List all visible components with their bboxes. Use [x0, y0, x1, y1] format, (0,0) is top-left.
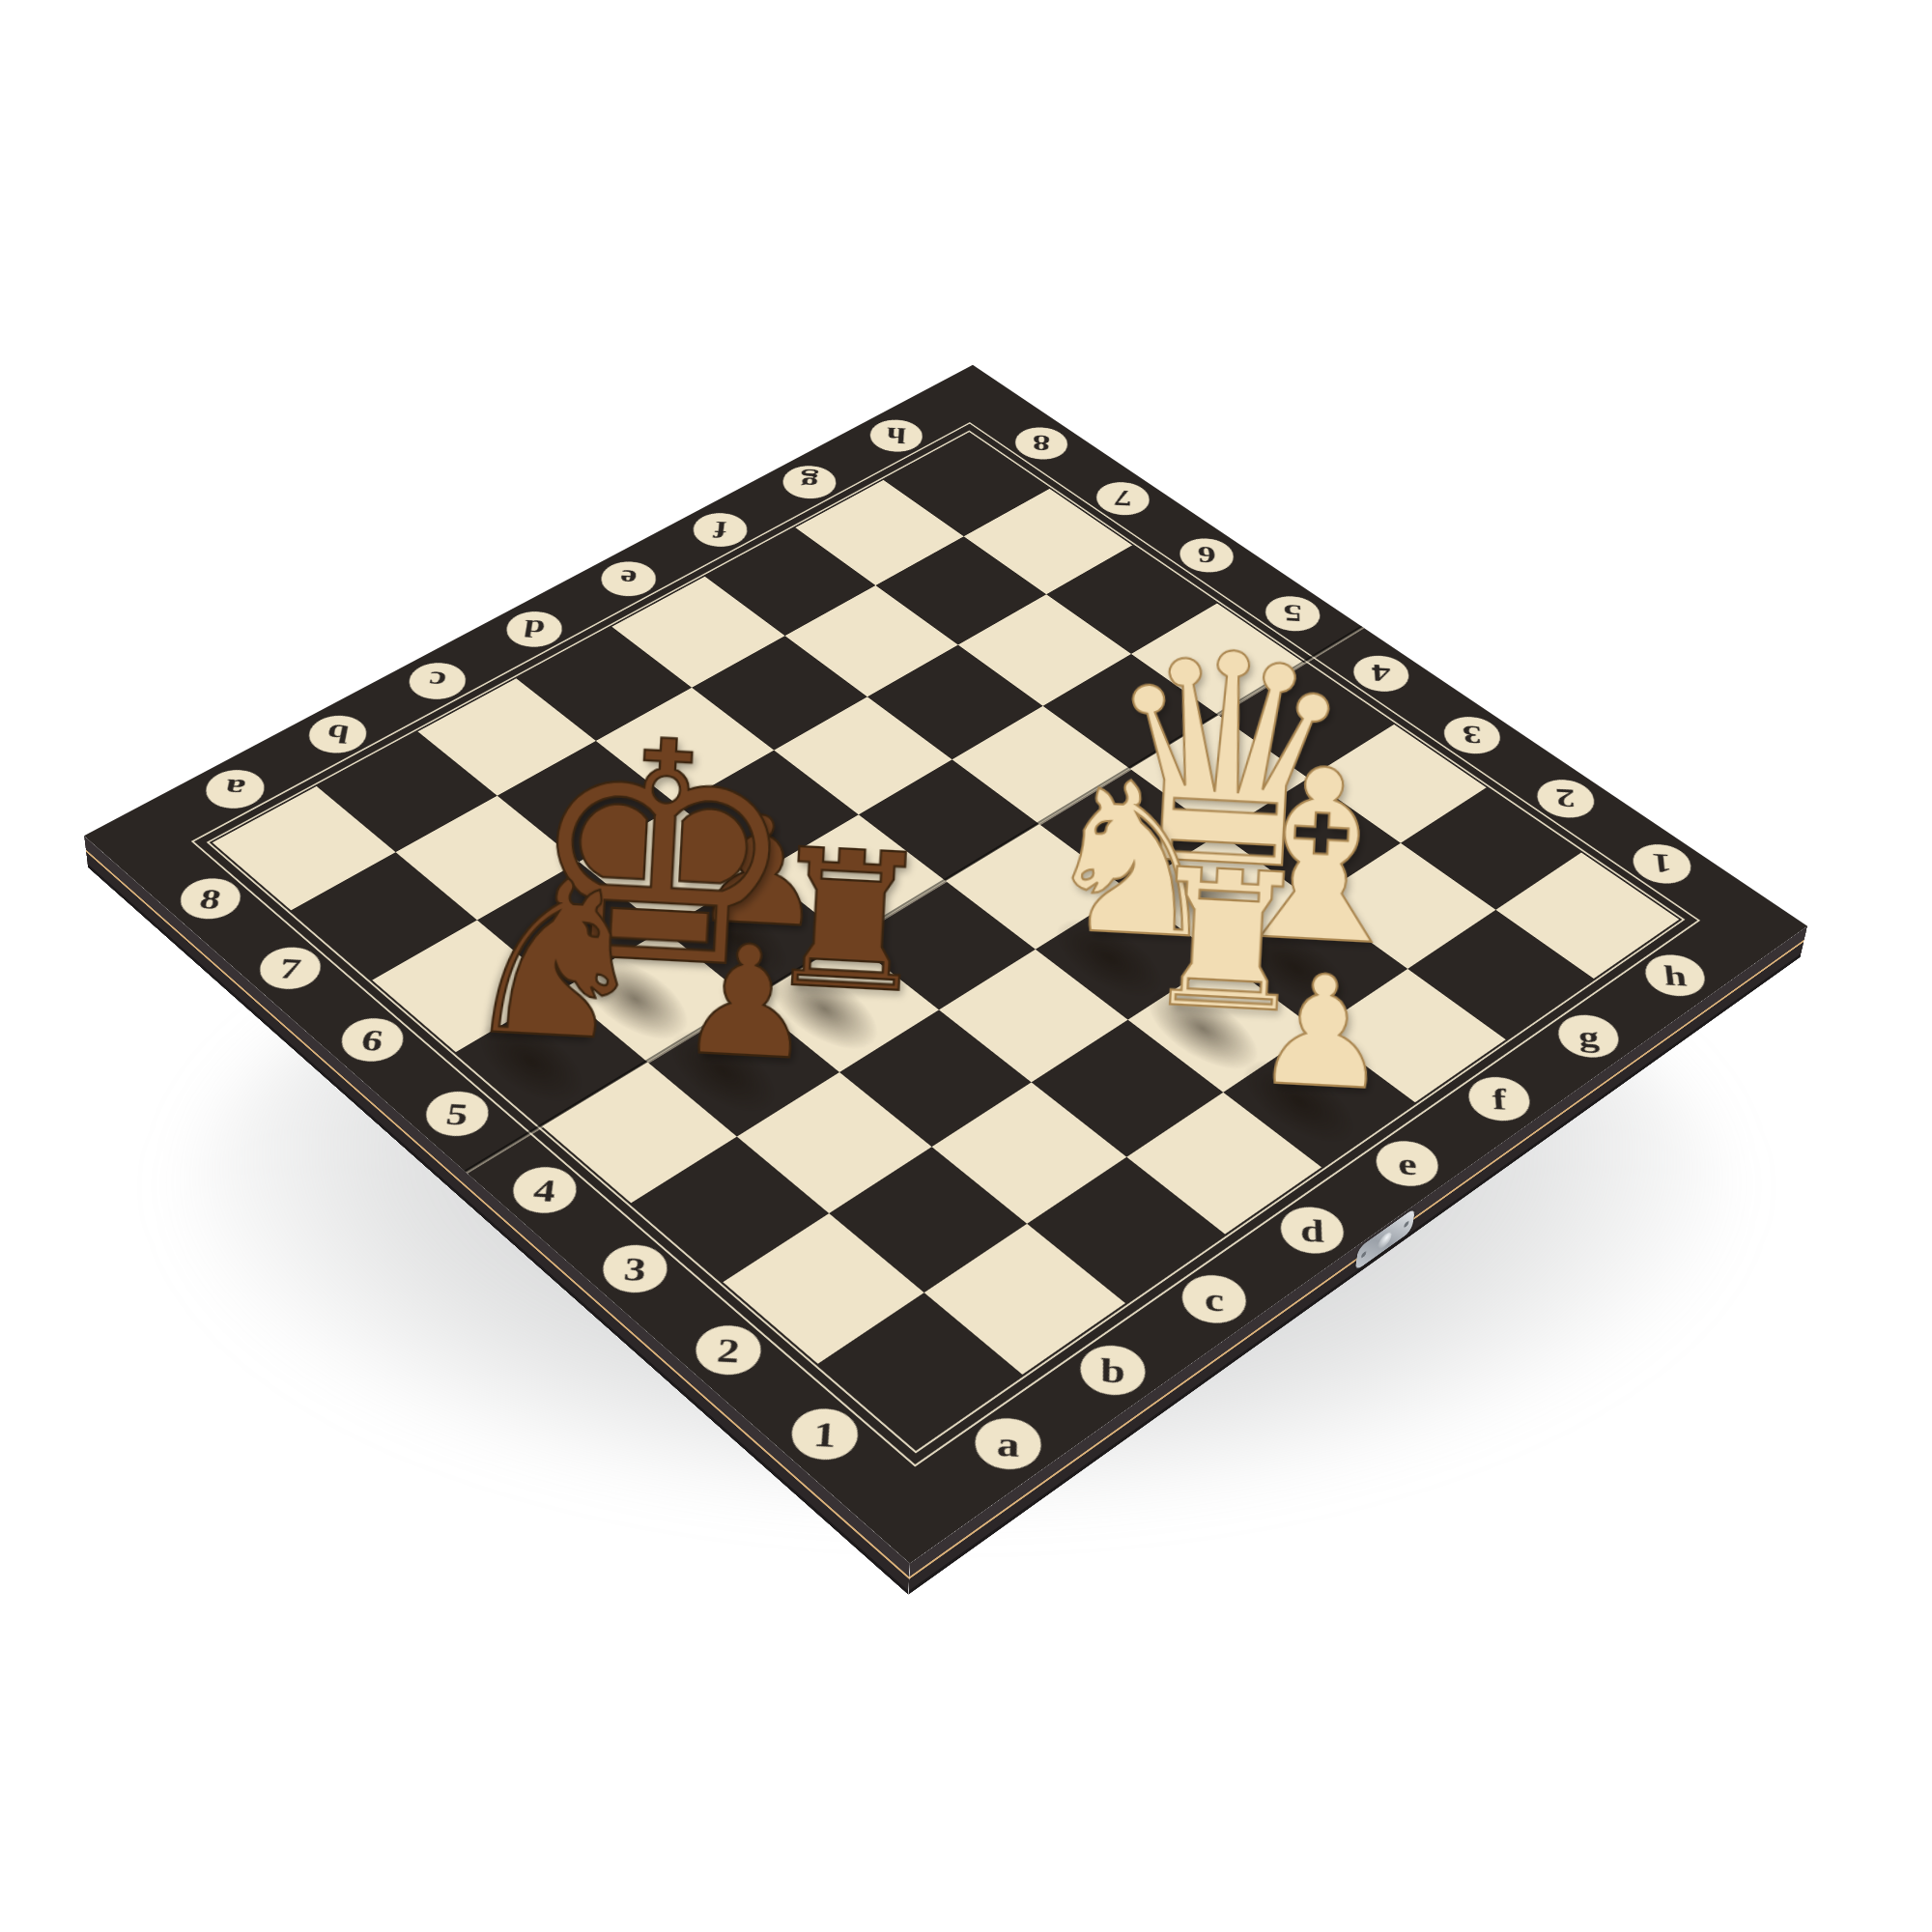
clasp-latch	[1355, 1207, 1416, 1271]
rank-label-far-7: 7	[1096, 481, 1150, 517]
clasp-screw	[1404, 1220, 1409, 1228]
rank-label-near-8: 8	[176, 877, 244, 921]
rank-label-near-5: 5	[422, 1090, 491, 1137]
file-label-far-e: e	[599, 560, 658, 598]
rank-label-far-6: 6	[1179, 537, 1234, 574]
file-label-near-f: f	[1467, 1075, 1531, 1122]
file-label-far-f: f	[692, 512, 750, 549]
rank-label-near-2: 2	[694, 1323, 763, 1376]
rank-label-far-1: 1	[1631, 843, 1692, 886]
rank-label-near-1: 1	[790, 1407, 860, 1462]
rank-label-far-3: 3	[1443, 716, 1502, 755]
file-label-near-b: b	[1080, 1344, 1146, 1397]
file-label-near-c: c	[1182, 1273, 1247, 1324]
perspective-wrapper: 87654321 87654321 hgfedcba hgfedcba ♞♚♟♟…	[304, 240, 1587, 1522]
file-label-far-d: d	[504, 611, 565, 649]
file-label-near-g: g	[1556, 1013, 1620, 1059]
file-label-far-g: g	[781, 465, 838, 500]
file-label-near-h: h	[1643, 953, 1707, 998]
clasp-knob	[1377, 1230, 1392, 1253]
rank-label-near-7: 7	[256, 946, 325, 990]
file-label-far-h: h	[869, 418, 923, 453]
rank-label-near-4: 4	[510, 1165, 580, 1214]
file-label-far-c: c	[406, 662, 469, 701]
file-label-near-a: a	[974, 1416, 1041, 1470]
dark-pawn-b4[interactable]: ♟	[619, 778, 883, 1073]
file-label-near-e: e	[1376, 1140, 1440, 1188]
file-label-far-b: b	[305, 714, 370, 754]
rank-label-far-8: 8	[1014, 426, 1067, 461]
file-label-near-d: d	[1280, 1206, 1345, 1255]
light-pawn-e1[interactable]: ♟	[1195, 809, 1459, 1104]
rank-label-near-3: 3	[600, 1243, 669, 1294]
rank-label-far-2: 2	[1536, 779, 1597, 819]
pawn-glyph: ♟	[1250, 952, 1395, 1112]
pawn-glyph: ♟	[674, 923, 819, 1082]
rank-label-near-6: 6	[338, 1017, 407, 1064]
file-label-far-a: a	[202, 769, 269, 810]
